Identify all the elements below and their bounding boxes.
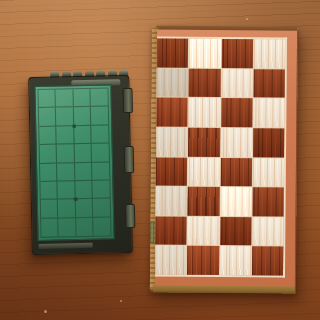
wood-square-dark — [187, 246, 218, 275]
latch-tab — [124, 146, 135, 173]
wood-square-light — [253, 99, 284, 128]
table-speck — [44, 310, 47, 313]
wood-square-dark — [252, 187, 283, 216]
othello-case — [28, 75, 133, 255]
othello-cell — [58, 181, 76, 200]
latch-tab — [122, 88, 133, 113]
othello-cell — [91, 125, 109, 144]
othello-cell — [56, 89, 74, 108]
wood-square-light — [155, 246, 186, 275]
othello-cell — [38, 90, 56, 109]
othello-cell — [75, 162, 93, 181]
wood-square-dark — [188, 128, 219, 157]
othello-cell — [90, 88, 108, 107]
othello-cell — [58, 199, 76, 218]
wood-square-dark — [156, 98, 187, 127]
wood-square-light — [221, 69, 252, 98]
othello-cell — [41, 218, 59, 237]
wood-square-dark — [221, 39, 252, 68]
wood-square-dark — [221, 98, 252, 127]
case-bottom-step — [39, 243, 94, 249]
wood-square-light — [156, 187, 187, 216]
othello-cell — [74, 144, 92, 163]
board-hinge — [150, 221, 154, 243]
othello-cell — [39, 126, 57, 145]
othello-cell — [92, 180, 110, 199]
star-point — [73, 197, 77, 201]
wood-square-dark — [155, 216, 186, 245]
othello-cell — [74, 126, 92, 145]
othello-cell — [73, 89, 91, 108]
othello-grid — [37, 87, 111, 237]
latch-tabs — [29, 76, 128, 78]
othello-cell — [57, 144, 75, 163]
wood-square-dark — [253, 128, 284, 157]
othello-cell — [91, 144, 109, 163]
wood-square-dark — [188, 187, 219, 216]
othello-travel-set — [28, 70, 136, 255]
othello-cell — [75, 181, 93, 200]
wood-square-light — [254, 39, 285, 68]
star-point — [72, 124, 76, 128]
wood-square-light — [189, 98, 220, 127]
othello-cell — [76, 217, 94, 236]
othello-cell — [75, 199, 93, 218]
table-speck — [246, 18, 248, 20]
othello-cell — [56, 108, 74, 127]
checkerboard-frame — [155, 36, 287, 277]
photo-scene — [0, 0, 320, 320]
wood-square-light — [188, 157, 219, 186]
wood-square-light — [219, 246, 250, 275]
board-face-border — [155, 29, 298, 286]
othello-cell — [40, 145, 58, 164]
othello-cell — [39, 108, 57, 127]
wood-square-light — [156, 127, 187, 156]
wood-square-light — [221, 128, 252, 157]
wood-square-light — [188, 216, 219, 245]
wood-square-dark — [189, 68, 220, 97]
wood-square-light — [253, 158, 284, 187]
othello-cell — [40, 163, 58, 182]
wood-square-dark — [220, 217, 251, 246]
othello-cell — [57, 163, 75, 182]
wood-square-dark — [157, 38, 188, 67]
othello-board — [34, 84, 114, 241]
wood-square-dark — [220, 157, 251, 186]
wood-square-dark — [156, 157, 187, 186]
othello-cell — [56, 126, 74, 145]
wood-square-light — [220, 187, 251, 216]
wood-square-light — [189, 39, 220, 68]
othello-cell — [58, 218, 76, 237]
wood-square-light — [252, 217, 283, 246]
wood-square-dark — [253, 69, 284, 98]
othello-cell — [93, 217, 111, 236]
othello-cell — [91, 107, 109, 126]
othello-cell — [40, 181, 58, 200]
latch-tab — [125, 204, 135, 227]
wooden-chessboard-set — [150, 25, 298, 293]
othello-cell — [93, 199, 111, 218]
wood-square-light — [157, 68, 188, 97]
othello-cell — [92, 162, 110, 181]
othello-cell — [41, 200, 59, 219]
checkerboard-grid — [155, 38, 285, 275]
table-speck — [120, 300, 122, 302]
wood-square-dark — [252, 247, 283, 276]
othello-cell — [73, 107, 91, 126]
